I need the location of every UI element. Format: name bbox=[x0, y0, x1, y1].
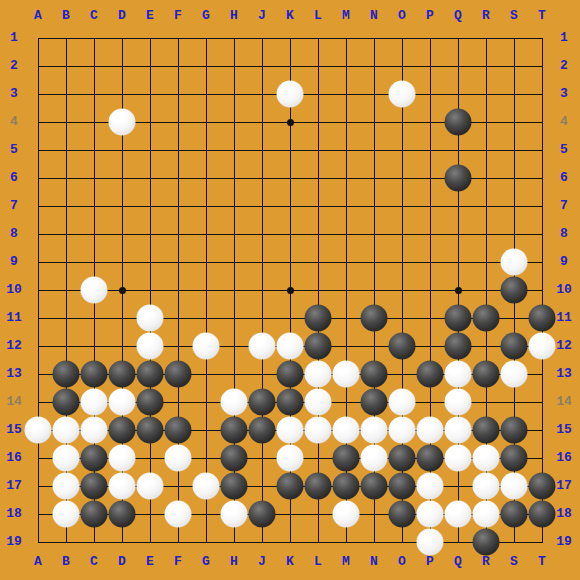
column-label-bottom-J: J bbox=[248, 554, 276, 570]
row-label-left-4: 4 bbox=[0, 114, 28, 130]
row-label-left-5: 5 bbox=[0, 142, 28, 158]
white-stone-P15[interactable] bbox=[417, 417, 444, 444]
white-stone-K3[interactable] bbox=[277, 81, 304, 108]
black-stone-N17[interactable] bbox=[361, 473, 388, 500]
white-stone-C10[interactable] bbox=[81, 277, 108, 304]
white-stone-L15[interactable] bbox=[305, 417, 332, 444]
column-label-bottom-L: L bbox=[304, 554, 332, 570]
row-label-right-2: 2 bbox=[550, 58, 578, 74]
column-label-bottom-C: C bbox=[80, 554, 108, 570]
column-label-bottom-K: K bbox=[276, 554, 304, 570]
row-label-right-15: 15 bbox=[550, 422, 578, 438]
column-label-top-Q: Q bbox=[444, 8, 472, 24]
black-stone-O12[interactable] bbox=[389, 333, 416, 360]
black-stone-D13[interactable] bbox=[109, 361, 136, 388]
black-stone-S16[interactable] bbox=[501, 445, 528, 472]
white-stone-P19[interactable] bbox=[417, 529, 444, 556]
black-stone-O16[interactable] bbox=[389, 445, 416, 472]
black-stone-C16[interactable] bbox=[81, 445, 108, 472]
white-stone-G12[interactable] bbox=[193, 333, 220, 360]
white-stone-M13[interactable] bbox=[333, 361, 360, 388]
black-stone-C13[interactable] bbox=[81, 361, 108, 388]
row-label-left-19: 19 bbox=[0, 534, 28, 550]
column-label-bottom-R: R bbox=[472, 554, 500, 570]
column-label-bottom-D: D bbox=[108, 554, 136, 570]
white-stone-L14[interactable] bbox=[305, 389, 332, 416]
column-label-top-P: P bbox=[416, 8, 444, 24]
black-stone-O18[interactable] bbox=[389, 501, 416, 528]
white-stone-P17[interactable] bbox=[417, 473, 444, 500]
white-stone-Q16[interactable] bbox=[445, 445, 472, 472]
white-stone-J12[interactable] bbox=[249, 333, 276, 360]
column-label-top-J: J bbox=[248, 8, 276, 24]
white-stone-R17[interactable] bbox=[473, 473, 500, 500]
row-label-left-3: 3 bbox=[0, 86, 28, 102]
black-stone-N13[interactable] bbox=[361, 361, 388, 388]
white-stone-H18[interactable] bbox=[221, 501, 248, 528]
column-label-bottom-A: A bbox=[24, 554, 52, 570]
star-point-D10 bbox=[119, 287, 126, 294]
row-label-left-2: 2 bbox=[0, 58, 28, 74]
white-stone-M18[interactable] bbox=[333, 501, 360, 528]
black-stone-M16[interactable] bbox=[333, 445, 360, 472]
black-stone-F13[interactable] bbox=[165, 361, 192, 388]
black-stone-P13[interactable] bbox=[417, 361, 444, 388]
black-stone-J14[interactable] bbox=[249, 389, 276, 416]
column-label-top-T: T bbox=[528, 8, 556, 24]
column-label-bottom-O: O bbox=[388, 554, 416, 570]
column-label-bottom-Q: Q bbox=[444, 554, 472, 570]
row-label-right-19: 19 bbox=[550, 534, 578, 550]
white-stone-A15[interactable] bbox=[25, 417, 52, 444]
black-stone-H16[interactable] bbox=[221, 445, 248, 472]
black-stone-B14[interactable] bbox=[53, 389, 80, 416]
white-stone-E12[interactable] bbox=[137, 333, 164, 360]
column-label-top-K: K bbox=[276, 8, 304, 24]
black-stone-E14[interactable] bbox=[137, 389, 164, 416]
row-label-right-9: 9 bbox=[550, 254, 578, 270]
white-stone-Q13[interactable] bbox=[445, 361, 472, 388]
white-stone-C15[interactable] bbox=[81, 417, 108, 444]
white-stone-F16[interactable] bbox=[165, 445, 192, 472]
column-label-top-O: O bbox=[388, 8, 416, 24]
column-label-top-A: A bbox=[24, 8, 52, 24]
white-stone-B15[interactable] bbox=[53, 417, 80, 444]
black-stone-S18[interactable] bbox=[501, 501, 528, 528]
row-label-right-5: 5 bbox=[550, 142, 578, 158]
white-stone-O3[interactable] bbox=[389, 81, 416, 108]
black-stone-S12[interactable] bbox=[501, 333, 528, 360]
star-point-Q10 bbox=[455, 287, 462, 294]
black-stone-E15[interactable] bbox=[137, 417, 164, 444]
row-label-right-6: 6 bbox=[550, 170, 578, 186]
black-stone-N11[interactable] bbox=[361, 305, 388, 332]
black-stone-J18[interactable] bbox=[249, 501, 276, 528]
black-stone-C17[interactable] bbox=[81, 473, 108, 500]
white-stone-K15[interactable] bbox=[277, 417, 304, 444]
white-stone-S13[interactable] bbox=[501, 361, 528, 388]
white-stone-Q14[interactable] bbox=[445, 389, 472, 416]
row-label-right-10: 10 bbox=[550, 282, 578, 298]
black-stone-R11[interactable] bbox=[473, 305, 500, 332]
row-label-left-13: 13 bbox=[0, 366, 28, 382]
column-label-bottom-E: E bbox=[136, 554, 164, 570]
black-stone-D15[interactable] bbox=[109, 417, 136, 444]
row-label-left-8: 8 bbox=[0, 226, 28, 242]
black-stone-J15[interactable] bbox=[249, 417, 276, 444]
white-stone-D16[interactable] bbox=[109, 445, 136, 472]
black-stone-P16[interactable] bbox=[417, 445, 444, 472]
column-label-top-H: H bbox=[220, 8, 248, 24]
black-stone-K17[interactable] bbox=[277, 473, 304, 500]
column-label-bottom-P: P bbox=[416, 554, 444, 570]
column-label-bottom-S: S bbox=[500, 554, 528, 570]
column-label-bottom-M: M bbox=[332, 554, 360, 570]
white-stone-D17[interactable] bbox=[109, 473, 136, 500]
row-label-right-8: 8 bbox=[550, 226, 578, 242]
white-stone-N15[interactable] bbox=[361, 417, 388, 444]
black-stone-N14[interactable] bbox=[361, 389, 388, 416]
black-stone-T18[interactable] bbox=[529, 501, 556, 528]
column-label-top-G: G bbox=[192, 8, 220, 24]
black-stone-C18[interactable] bbox=[81, 501, 108, 528]
row-label-left-14: 14 bbox=[0, 394, 28, 410]
black-stone-Q12[interactable] bbox=[445, 333, 472, 360]
column-label-top-M: M bbox=[332, 8, 360, 24]
black-stone-M17[interactable] bbox=[333, 473, 360, 500]
row-label-left-16: 16 bbox=[0, 450, 28, 466]
black-stone-D18[interactable] bbox=[109, 501, 136, 528]
white-stone-K12[interactable] bbox=[277, 333, 304, 360]
white-stone-K16[interactable] bbox=[277, 445, 304, 472]
go-board: AABBCCDDEEFFGGHHJJKKLLMMNNOOPPQQRRSSTT11… bbox=[0, 0, 580, 580]
row-label-left-9: 9 bbox=[0, 254, 28, 270]
black-stone-S10[interactable] bbox=[501, 277, 528, 304]
black-stone-F15[interactable] bbox=[165, 417, 192, 444]
white-stone-R16[interactable] bbox=[473, 445, 500, 472]
black-stone-Q4[interactable] bbox=[445, 109, 472, 136]
star-point-K4 bbox=[287, 119, 294, 126]
black-stone-R13[interactable] bbox=[473, 361, 500, 388]
white-stone-T12[interactable] bbox=[529, 333, 556, 360]
row-label-right-16: 16 bbox=[550, 450, 578, 466]
row-label-left-12: 12 bbox=[0, 338, 28, 354]
black-stone-K13[interactable] bbox=[277, 361, 304, 388]
black-stone-T11[interactable] bbox=[529, 305, 556, 332]
black-stone-H15[interactable] bbox=[221, 417, 248, 444]
column-label-top-C: C bbox=[80, 8, 108, 24]
column-label-top-N: N bbox=[360, 8, 388, 24]
black-stone-Q6[interactable] bbox=[445, 165, 472, 192]
white-stone-N16[interactable] bbox=[361, 445, 388, 472]
white-stone-B17[interactable] bbox=[53, 473, 80, 500]
white-stone-F18[interactable] bbox=[165, 501, 192, 528]
column-label-bottom-T: T bbox=[528, 554, 556, 570]
column-label-bottom-B: B bbox=[52, 554, 80, 570]
white-stone-L13[interactable] bbox=[305, 361, 332, 388]
column-label-bottom-F: F bbox=[164, 554, 192, 570]
white-stone-S17[interactable] bbox=[501, 473, 528, 500]
column-label-top-S: S bbox=[500, 8, 528, 24]
black-stone-L12[interactable] bbox=[305, 333, 332, 360]
white-stone-Q15[interactable] bbox=[445, 417, 472, 444]
row-label-left-6: 6 bbox=[0, 170, 28, 186]
white-stone-S9[interactable] bbox=[501, 249, 528, 276]
black-stone-R15[interactable] bbox=[473, 417, 500, 444]
black-stone-Q11[interactable] bbox=[445, 305, 472, 332]
black-stone-E13[interactable] bbox=[137, 361, 164, 388]
column-label-top-L: L bbox=[304, 8, 332, 24]
white-stone-B18[interactable] bbox=[53, 501, 80, 528]
black-stone-O17[interactable] bbox=[389, 473, 416, 500]
column-label-top-F: F bbox=[164, 8, 192, 24]
white-stone-R18[interactable] bbox=[473, 501, 500, 528]
row-label-left-18: 18 bbox=[0, 506, 28, 522]
column-label-top-D: D bbox=[108, 8, 136, 24]
row-label-left-7: 7 bbox=[0, 198, 28, 214]
column-label-top-R: R bbox=[472, 8, 500, 24]
row-label-right-3: 3 bbox=[550, 86, 578, 102]
row-label-right-13: 13 bbox=[550, 366, 578, 382]
white-stone-D14[interactable] bbox=[109, 389, 136, 416]
column-label-top-E: E bbox=[136, 8, 164, 24]
black-stone-R19[interactable] bbox=[473, 529, 500, 556]
black-stone-S15[interactable] bbox=[501, 417, 528, 444]
row-label-left-10: 10 bbox=[0, 282, 28, 298]
column-label-bottom-N: N bbox=[360, 554, 388, 570]
black-stone-L11[interactable] bbox=[305, 305, 332, 332]
white-stone-Q18[interactable] bbox=[445, 501, 472, 528]
white-stone-O15[interactable] bbox=[389, 417, 416, 444]
column-label-top-B: B bbox=[52, 8, 80, 24]
column-label-bottom-G: G bbox=[192, 554, 220, 570]
white-stone-B16[interactable] bbox=[53, 445, 80, 472]
white-stone-E17[interactable] bbox=[137, 473, 164, 500]
column-label-bottom-H: H bbox=[220, 554, 248, 570]
white-stone-M15[interactable] bbox=[333, 417, 360, 444]
black-stone-H17[interactable] bbox=[221, 473, 248, 500]
black-stone-L17[interactable] bbox=[305, 473, 332, 500]
row-label-right-14: 14 bbox=[550, 394, 578, 410]
row-label-right-7: 7 bbox=[550, 198, 578, 214]
black-stone-K14[interactable] bbox=[277, 389, 304, 416]
star-point-K10 bbox=[287, 287, 294, 294]
white-stone-D4[interactable] bbox=[109, 109, 136, 136]
row-label-left-17: 17 bbox=[0, 478, 28, 494]
row-label-right-4: 4 bbox=[550, 114, 578, 130]
white-stone-E11[interactable] bbox=[137, 305, 164, 332]
black-stone-B13[interactable] bbox=[53, 361, 80, 388]
row-label-left-1: 1 bbox=[0, 30, 28, 46]
row-label-left-11: 11 bbox=[0, 310, 28, 326]
white-stone-G17[interactable] bbox=[193, 473, 220, 500]
white-stone-C14[interactable] bbox=[81, 389, 108, 416]
white-stone-P18[interactable] bbox=[417, 501, 444, 528]
white-stone-O14[interactable] bbox=[389, 389, 416, 416]
row-label-right-1: 1 bbox=[550, 30, 578, 46]
white-stone-H14[interactable] bbox=[221, 389, 248, 416]
black-stone-T17[interactable] bbox=[529, 473, 556, 500]
